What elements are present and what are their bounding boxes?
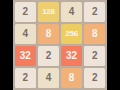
game-screen: 2128424825683223222482: [0, 0, 120, 90]
tile-2-r1c1: 2: [15, 2, 36, 22]
tile-32-r3c1: 32: [15, 46, 36, 66]
tile-4-r2c1: 4: [15, 24, 36, 44]
tile-4-r1c3: 4: [61, 2, 82, 22]
tile-2-r4c4: 2: [84, 68, 105, 88]
tile-4-r4c2: 4: [38, 68, 59, 88]
tile-2-r3c4: 2: [84, 46, 105, 66]
tile-256-r2c3: 256: [61, 24, 82, 44]
tile-2-r4c1: 2: [15, 68, 36, 88]
tile-2-r3c2: 2: [38, 46, 59, 66]
tile-8-r2c2: 8: [38, 24, 59, 44]
tile-128-r1c2: 128: [38, 2, 59, 22]
tile-8-r4c3: 8: [61, 68, 82, 88]
tile-32-r3c3: 32: [61, 46, 82, 66]
tile-2-r1c4: 2: [84, 2, 105, 22]
tile-8-r2c4: 8: [84, 24, 105, 44]
board[interactable]: 2128424825683223222482: [13, 0, 107, 90]
